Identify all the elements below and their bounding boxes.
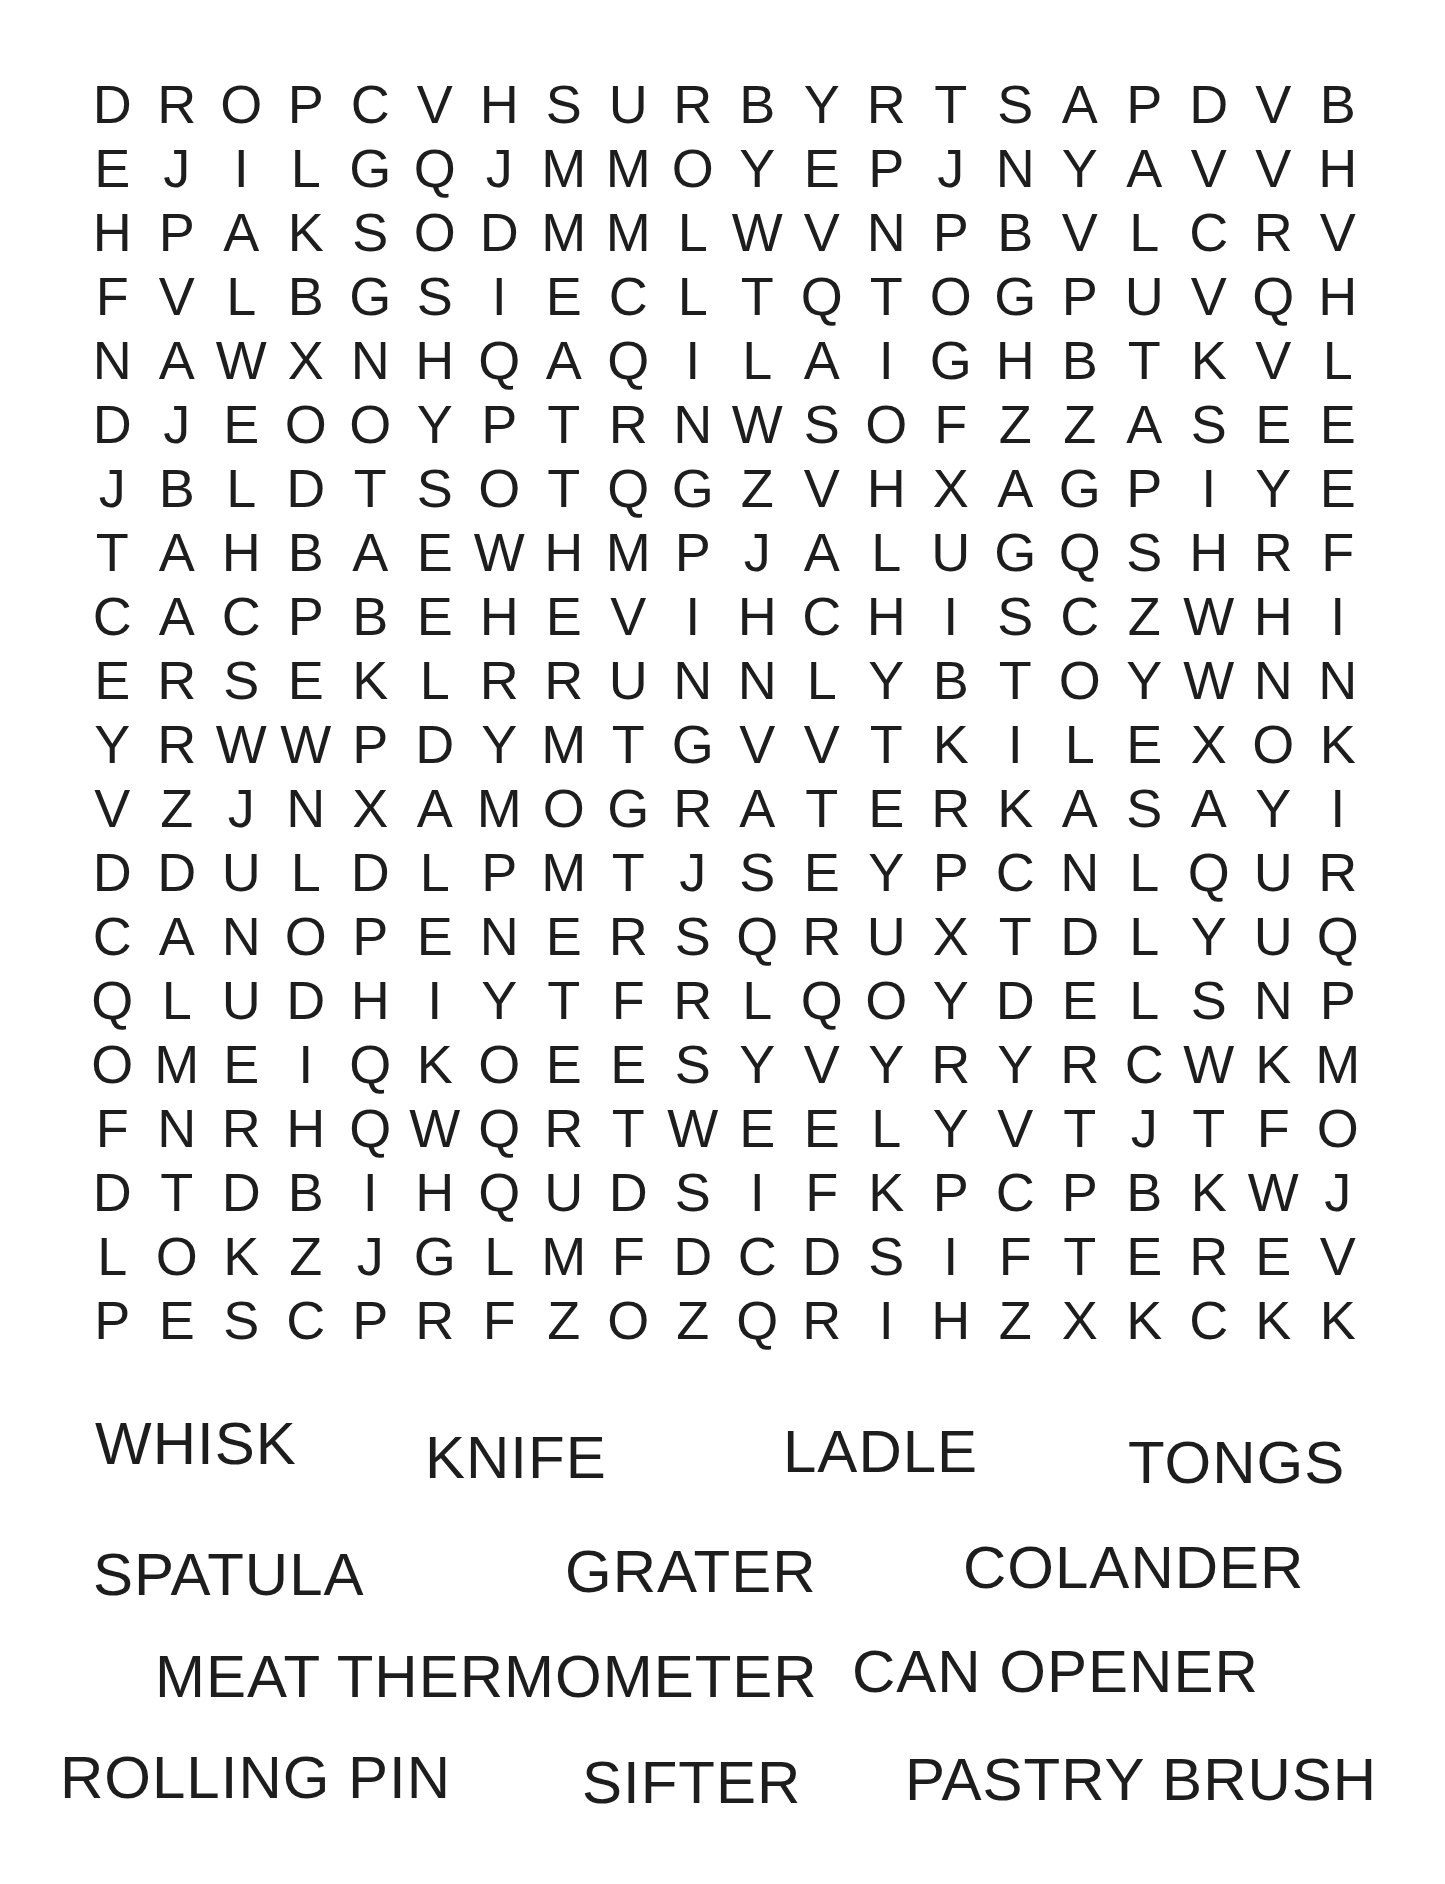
word-list-item-can-opener: CAN OPENER (852, 1642, 1259, 1702)
word-list-item-ladle: LADLE (783, 1422, 978, 1482)
word-list-item-grater: GRATER (565, 1542, 817, 1602)
word-list-item-tongs: TONGS (1128, 1433, 1345, 1493)
word-list: WHISK KNIFE LADLE TONGS SPATULA GRATER C… (0, 0, 1445, 1884)
word-list-item-colander: COLANDER (963, 1538, 1304, 1598)
word-list-item-rolling-pin: ROLLING PIN (60, 1748, 451, 1808)
word-list-item-sifter: SIFTER (582, 1753, 801, 1813)
word-list-item-spatula: SPATULA (93, 1545, 365, 1605)
word-list-item-knife: KNIFE (425, 1428, 607, 1488)
word-list-item-pastry-brush: PASTRY BRUSH (905, 1750, 1377, 1810)
word-list-item-meat-thermometer: MEAT THERMOMETER (155, 1647, 818, 1707)
word-list-item-whisk: WHISK (95, 1414, 297, 1474)
